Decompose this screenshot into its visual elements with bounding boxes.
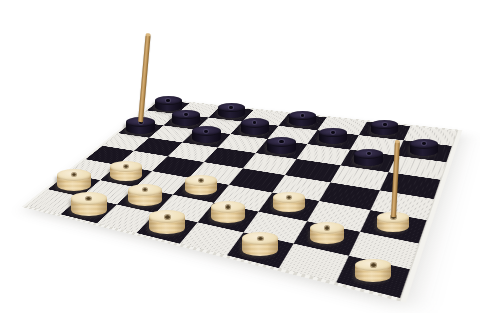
wood-piece[interactable]	[71, 192, 107, 216]
piece-center-hole	[226, 205, 231, 209]
piece-center-hole	[383, 123, 387, 126]
dark-piece[interactable]	[371, 120, 398, 135]
dark-piece[interactable]	[354, 149, 383, 166]
piece-center-hole	[287, 196, 291, 199]
piece-center-hole	[258, 237, 263, 241]
piece-center-hole	[331, 131, 335, 134]
wood-piece[interactable]	[57, 169, 91, 191]
wood-piece[interactable]	[110, 161, 142, 181]
wood-piece[interactable]	[128, 184, 162, 206]
dark-piece[interactable]	[289, 111, 316, 126]
dark-piece[interactable]	[192, 126, 221, 143]
wood-piece[interactable]	[149, 210, 185, 234]
dark-piece[interactable]	[319, 128, 347, 145]
piece-center-hole	[325, 226, 330, 230]
dark-piece[interactable]	[267, 137, 296, 154]
piece-center-hole	[371, 263, 376, 267]
dark-piece[interactable]	[241, 118, 269, 135]
dark-piece[interactable]	[218, 103, 245, 118]
wood-piece[interactable]	[242, 232, 278, 256]
wood-piece[interactable]	[273, 192, 305, 212]
wood-piece[interactable]	[355, 259, 391, 283]
wood-piece[interactable]	[310, 222, 344, 244]
wood-piece[interactable]	[211, 201, 245, 223]
dark-piece[interactable]	[410, 139, 438, 156]
piece-center-hole	[229, 106, 233, 109]
piece-center-hole	[184, 113, 188, 116]
dark-piece[interactable]	[172, 110, 200, 127]
piece-center-hole	[165, 215, 170, 219]
wood-piece[interactable]	[185, 175, 217, 195]
scene-giant-checkers-set	[0, 0, 480, 313]
piece-center-hole	[367, 152, 371, 155]
piece-center-hole	[279, 140, 283, 143]
